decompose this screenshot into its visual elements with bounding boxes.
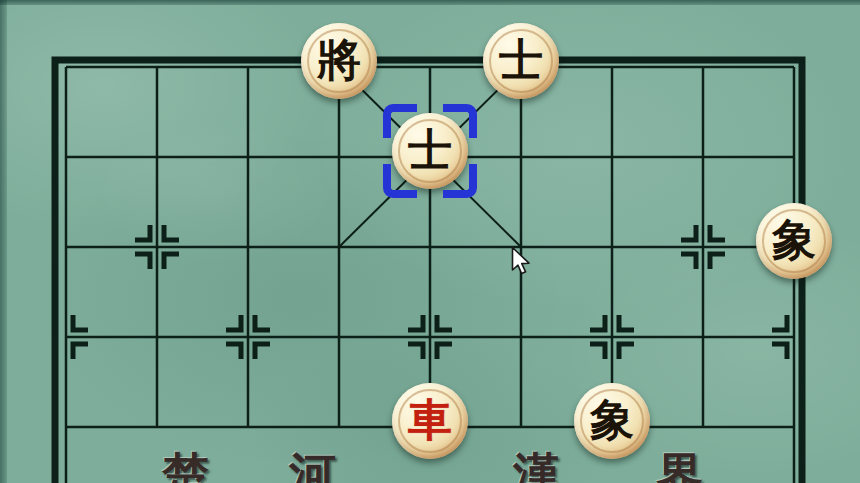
piece-red-chariot[interactable]: 車 <box>392 383 468 459</box>
screen-edge-top <box>0 0 860 5</box>
piece-black-advisor-1[interactable]: 士 <box>483 23 559 99</box>
piece-black-elephant-2[interactable]: 象 <box>574 383 650 459</box>
screen-edge-left <box>0 0 7 483</box>
game-screen: 楚河漢界 將士士象車象 <box>0 0 860 483</box>
piece-label: 象 <box>756 202 832 278</box>
piece-label: 士 <box>483 22 559 98</box>
piece-label: 車 <box>392 382 468 458</box>
piece-label: 象 <box>574 382 650 458</box>
xiangqi-board[interactable]: 將士士象車象 <box>21 22 840 483</box>
piece-black-elephant-1[interactable]: 象 <box>756 203 832 279</box>
piece-black-advisor-2[interactable]: 士 <box>392 113 468 189</box>
piece-black-general[interactable]: 將 <box>301 23 377 99</box>
piece-label: 士 <box>392 112 468 188</box>
piece-label: 將 <box>301 22 377 98</box>
